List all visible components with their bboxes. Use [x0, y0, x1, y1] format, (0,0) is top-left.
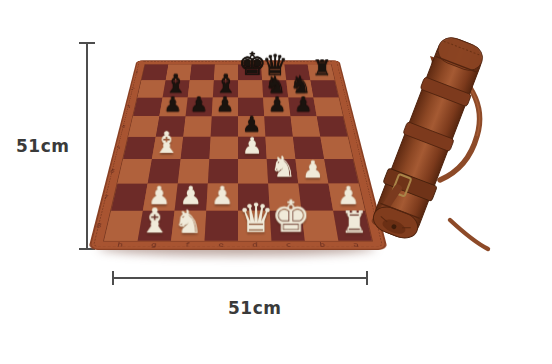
chess-piece-white-p: ♟ [238, 136, 267, 156]
square [238, 80, 263, 97]
square: ♟ [288, 98, 316, 117]
chess-piece-black-p: ♟ [290, 95, 316, 114]
chess-piece-black-p: ♟ [186, 95, 212, 114]
square: ♞ [171, 211, 206, 241]
chess-piece-black-p: ♟ [160, 95, 186, 114]
file-label: h [102, 241, 137, 249]
rank-label: 6 [109, 169, 120, 174]
square [320, 137, 353, 159]
square: ♟ [186, 98, 213, 117]
square: ♝ [138, 211, 175, 241]
chess-piece-white-n: ♞ [268, 154, 298, 180]
square [181, 137, 211, 159]
square [148, 159, 181, 184]
square: ♞ [267, 159, 299, 184]
square [238, 159, 268, 184]
chess-piece-white-b: ♝ [138, 206, 171, 237]
width-dimension-cap-right [366, 271, 368, 285]
chess-piece-white-k: ♚ [271, 197, 304, 237]
square: ♟ [263, 98, 290, 117]
chess-piece-black-p: ♟ [264, 95, 290, 114]
chess-piece-white-n: ♞ [172, 208, 205, 237]
chess-piece-black-r: ♜ [310, 59, 334, 79]
chess-board: ♚♛♜♝♝♞♞♟♟♟♟♟♟♝♟♞♟♟♟♟♟♝♞♛♚♜ [104, 64, 372, 240]
file-label: f [170, 241, 204, 249]
square [190, 64, 215, 80]
square: ♝ [152, 137, 183, 159]
file-label: g [136, 241, 171, 249]
rank-label: 1 [135, 71, 143, 74]
square: ♟ [159, 98, 187, 117]
chess-piece-black-p: ♟ [212, 95, 238, 114]
rank-label: 4 [121, 124, 131, 128]
width-dimension-cap-left [112, 271, 114, 285]
product-photo: 51cm 51cm ♚♛♜♝♝♞♞♟♟♟♟♟♟♝♟♞♟♟♟♟♟♝♞♛♚♜ hgf… [0, 0, 552, 364]
width-dimension-label: 51cm [228, 298, 281, 318]
square: ♟ [206, 184, 238, 211]
chess-piece-white-q: ♛ [238, 201, 271, 237]
rank-label: 5 [115, 145, 125, 150]
square [178, 159, 210, 184]
square: ♟ [295, 159, 328, 184]
square [208, 159, 238, 184]
square: ♚ [238, 64, 262, 80]
square [123, 137, 156, 159]
height-dimension-cap-top [79, 42, 95, 44]
square [211, 116, 238, 136]
square: ♚ [270, 211, 305, 241]
square [209, 137, 238, 159]
height-dimension-line [86, 43, 88, 250]
square [205, 211, 238, 241]
square [104, 211, 143, 241]
chess-piece-white-b: ♝ [152, 130, 181, 156]
square [313, 98, 342, 117]
chess-piece-black-k: ♚ [238, 50, 262, 79]
square [133, 98, 162, 117]
file-label: b [305, 241, 340, 249]
square [290, 116, 320, 136]
file-label: c [272, 241, 306, 249]
square [117, 159, 151, 184]
rank-label: 2 [130, 87, 139, 91]
file-label: e [204, 241, 238, 249]
square: ♟ [238, 137, 267, 159]
height-dimension-label: 51cm [16, 136, 69, 156]
rank-label: 7 [103, 194, 114, 200]
square: ♟ [212, 98, 238, 117]
leather-tube-case [350, 18, 520, 258]
chess-piece-white-p: ♟ [298, 159, 328, 180]
chess-piece-white-p: ♟ [206, 185, 238, 208]
strap-tail [450, 220, 488, 249]
file-label: d [238, 241, 272, 249]
file-coordinate-labels: hgfedcba [102, 241, 374, 249]
chess-mat: ♚♛♜♝♝♞♞♟♟♟♟♟♟♝♟♞♟♟♟♟♟♝♞♛♚♜ hgfedcba 1234… [88, 60, 388, 250]
square [264, 116, 293, 136]
square [317, 116, 348, 136]
square [183, 116, 212, 136]
chess-piece-black-p: ♟ [238, 115, 265, 134]
rank-label: 8 [95, 222, 107, 228]
rank-label: 3 [126, 105, 135, 109]
square: ♛ [238, 211, 271, 241]
width-dimension-line [112, 277, 368, 279]
